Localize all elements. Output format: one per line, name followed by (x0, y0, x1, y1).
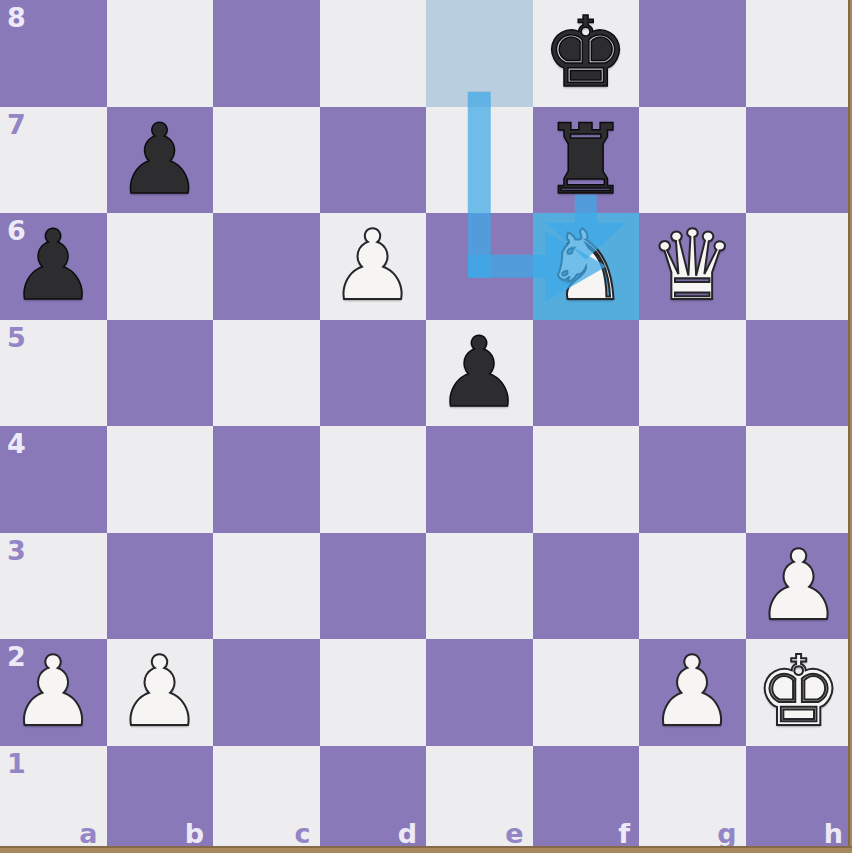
square-b6[interactable] (107, 213, 214, 320)
square-h3[interactable]: ♟ (746, 533, 852, 640)
square-a7[interactable]: 7 (0, 107, 107, 214)
square-c6[interactable] (213, 213, 320, 320)
file-label-f: f (618, 820, 630, 847)
square-a1[interactable]: 1a (0, 746, 107, 853)
square-c1[interactable]: c (213, 746, 320, 853)
square-h2[interactable]: ♚ (746, 639, 852, 746)
white-pawn-h3[interactable]: ♟ (746, 533, 852, 640)
square-b1[interactable]: b (107, 746, 214, 853)
square-f4[interactable] (533, 426, 640, 533)
square-c3[interactable] (213, 533, 320, 640)
square-e1[interactable]: e (426, 746, 533, 853)
square-h5[interactable] (746, 320, 852, 427)
rank-label-1: 1 (7, 750, 26, 777)
square-e3[interactable] (426, 533, 533, 640)
black-pawn-b7[interactable]: ♟ (107, 107, 214, 214)
square-g2[interactable]: ♟ (639, 639, 746, 746)
file-label-g: g (717, 820, 736, 847)
white-pawn-d6[interactable]: ♟ (320, 213, 427, 320)
square-f7[interactable]: ♜ (533, 107, 640, 214)
square-g1[interactable]: g (639, 746, 746, 853)
square-b4[interactable] (107, 426, 214, 533)
black-king-f8[interactable]: ♚ (533, 0, 640, 107)
square-c4[interactable] (213, 426, 320, 533)
square-g7[interactable] (639, 107, 746, 214)
square-e5[interactable]: ♟ (426, 320, 533, 427)
square-e4[interactable] (426, 426, 533, 533)
chess-board: 8♚7♟♜6♟♟♞♛5♟43♟2♟♟♟♚1abcdefgh (0, 0, 852, 852)
square-a2[interactable]: 2♟ (0, 639, 107, 746)
square-a6[interactable]: 6♟ (0, 213, 107, 320)
rank-label-8: 8 (7, 4, 26, 31)
square-d1[interactable]: d (320, 746, 427, 853)
square-a8[interactable]: 8 (0, 0, 107, 107)
file-label-e: e (505, 820, 523, 847)
square-g8[interactable] (639, 0, 746, 107)
square-f1[interactable]: f (533, 746, 640, 853)
square-f6-move-target-highlight[interactable]: ♞ (533, 213, 640, 320)
square-b8[interactable] (107, 0, 214, 107)
rank-label-3: 3 (7, 537, 26, 564)
square-b3[interactable] (107, 533, 214, 640)
square-f8[interactable]: ♚ (533, 0, 640, 107)
square-f2[interactable] (533, 639, 640, 746)
board-edge-right (848, 0, 852, 853)
white-knight-f6[interactable]: ♞ (533, 213, 640, 320)
black-pawn-a6[interactable]: ♟ (0, 213, 107, 320)
square-a5[interactable]: 5 (0, 320, 107, 427)
rank-label-7: 7 (7, 111, 26, 138)
square-d4[interactable] (320, 426, 427, 533)
square-f3[interactable] (533, 533, 640, 640)
square-g4[interactable] (639, 426, 746, 533)
square-c8[interactable] (213, 0, 320, 107)
square-d8[interactable] (320, 0, 427, 107)
rank-label-4: 4 (7, 430, 26, 457)
square-h1[interactable]: h (746, 746, 852, 853)
square-b2[interactable]: ♟ (107, 639, 214, 746)
file-label-d: d (398, 820, 417, 847)
square-h7[interactable] (746, 107, 852, 214)
file-label-a: a (79, 820, 97, 847)
square-h6[interactable] (746, 213, 852, 320)
square-g6[interactable]: ♛ (639, 213, 746, 320)
white-pawn-b2[interactable]: ♟ (107, 639, 214, 746)
square-g5[interactable] (639, 320, 746, 427)
square-a4[interactable]: 4 (0, 426, 107, 533)
square-e6[interactable] (426, 213, 533, 320)
square-g3[interactable] (639, 533, 746, 640)
square-d7[interactable] (320, 107, 427, 214)
square-c7[interactable] (213, 107, 320, 214)
square-b5[interactable] (107, 320, 214, 427)
white-king-h2[interactable]: ♚ (746, 639, 852, 746)
file-label-c: c (294, 820, 310, 847)
black-rook-f7[interactable]: ♜ (533, 107, 640, 214)
square-a3[interactable]: 3 (0, 533, 107, 640)
board-edge-bottom (0, 846, 852, 853)
square-e7[interactable] (426, 107, 533, 214)
square-e8-move-origin-highlight[interactable] (426, 0, 533, 107)
square-c5[interactable] (213, 320, 320, 427)
white-pawn-g2[interactable]: ♟ (639, 639, 746, 746)
square-d3[interactable] (320, 533, 427, 640)
square-h4[interactable] (746, 426, 852, 533)
white-pawn-a2[interactable]: ♟ (0, 639, 107, 746)
file-label-b: b (185, 820, 204, 847)
rank-label-5: 5 (7, 324, 26, 351)
square-h8[interactable] (746, 0, 852, 107)
square-f5[interactable] (533, 320, 640, 427)
square-d2[interactable] (320, 639, 427, 746)
square-e2[interactable] (426, 639, 533, 746)
square-d5[interactable] (320, 320, 427, 427)
white-queen-g6[interactable]: ♛ (639, 213, 746, 320)
square-b7[interactable]: ♟ (107, 107, 214, 214)
black-pawn-e5[interactable]: ♟ (426, 320, 533, 427)
file-label-h: h (824, 820, 843, 847)
square-c2[interactable] (213, 639, 320, 746)
square-d6[interactable]: ♟ (320, 213, 427, 320)
